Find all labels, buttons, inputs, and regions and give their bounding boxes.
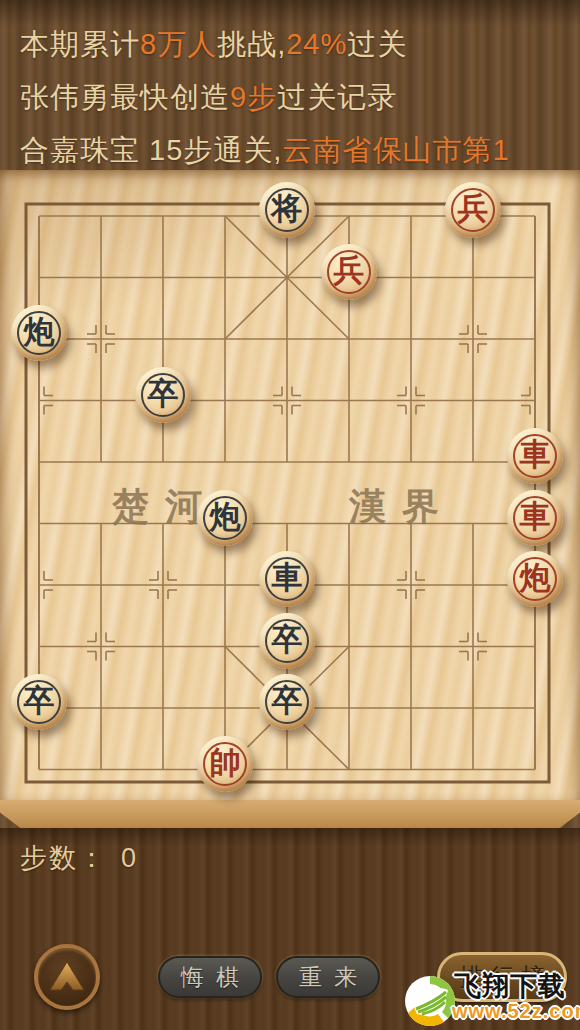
- piece-character: 兵: [445, 182, 501, 238]
- piece-black-卒[interactable]: 卒: [11, 674, 67, 730]
- piece-character: 車: [507, 428, 563, 484]
- piece-character: 卒: [259, 613, 315, 669]
- header-text: 本期累计: [20, 28, 140, 60]
- header-highlight-text: 8万人: [140, 28, 217, 60]
- piece-character: 炮: [507, 551, 563, 607]
- move-counter: 步数：0: [20, 840, 138, 876]
- header-highlight-text: 云南省保山市第1: [282, 134, 509, 166]
- restart-button[interactable]: 重来: [276, 956, 380, 998]
- leaf-logo-icon: [404, 975, 456, 1027]
- piece-black-卒[interactable]: 卒: [135, 367, 191, 423]
- piece-black-炮[interactable]: 炮: [197, 490, 253, 546]
- piece-character: 帥: [197, 736, 253, 792]
- piece-character: 卒: [135, 367, 191, 423]
- piece-character: 炮: [11, 305, 67, 361]
- piece-character: 車: [259, 551, 315, 607]
- piece-character: 炮: [197, 490, 253, 546]
- header-line: 本期累计8万人挑战,24%过关: [20, 18, 560, 71]
- header-highlight-text: 9步: [230, 81, 277, 113]
- header-text: 过关: [347, 28, 407, 60]
- piece-black-卒[interactable]: 卒: [259, 674, 315, 730]
- challenge-stats-header: 本期累计8万人挑战,24%过关张伟勇最快创造9步过关记录合嘉珠宝 15步通关,云…: [20, 18, 560, 177]
- site-watermark: 飞翔下载 www.52z.com: [400, 938, 580, 1030]
- piece-character: 車: [507, 490, 563, 546]
- piece-character: 卒: [259, 674, 315, 730]
- piece-red-兵[interactable]: 兵: [321, 244, 377, 300]
- chevron-up-icon: [47, 960, 87, 994]
- piece-red-車[interactable]: 車: [507, 490, 563, 546]
- watermark-title: 飞翔下载: [454, 968, 566, 1004]
- piece-red-炮[interactable]: 炮: [507, 551, 563, 607]
- move-counter-value: 0: [121, 843, 138, 873]
- piece-character: 兵: [321, 244, 377, 300]
- piece-character: 将: [259, 182, 315, 238]
- header-text: 挑战,: [217, 28, 286, 60]
- move-counter-label: 步数：: [20, 843, 107, 873]
- header-text: 合嘉珠宝 15步通关,: [20, 134, 282, 166]
- header-line: 张伟勇最快创造9步过关记录: [20, 71, 560, 124]
- piece-red-車[interactable]: 車: [507, 428, 563, 484]
- piece-character: 卒: [11, 674, 67, 730]
- piece-black-将[interactable]: 将: [259, 182, 315, 238]
- piece-black-卒[interactable]: 卒: [259, 613, 315, 669]
- undo-move-button[interactable]: 悔棋: [158, 956, 262, 998]
- header-highlight-text: 24%: [286, 28, 347, 60]
- header-text: 张伟勇最快创造: [20, 81, 230, 113]
- piece-black-車[interactable]: 車: [259, 551, 315, 607]
- piece-red-兵[interactable]: 兵: [445, 182, 501, 238]
- expand-menu-button[interactable]: [34, 944, 100, 1010]
- header-text: 过关记录: [277, 81, 397, 113]
- piece-black-炮[interactable]: 炮: [11, 305, 67, 361]
- river-label-han-jie: 漢界: [349, 482, 455, 532]
- piece-red-帥[interactable]: 帥: [197, 736, 253, 792]
- watermark-url: www.52z.com: [452, 1000, 580, 1023]
